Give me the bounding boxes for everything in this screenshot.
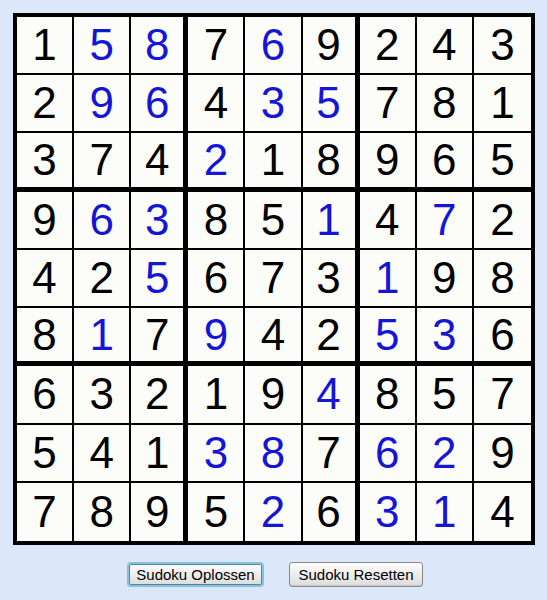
cell-r6c3[interactable]: 7: [131, 308, 188, 366]
cell-r7c9[interactable]: 7: [474, 366, 531, 424]
cell-r3c9[interactable]: 5: [474, 133, 531, 191]
cell-r4c2[interactable]: 6: [74, 192, 131, 250]
cell-r2c1[interactable]: 2: [17, 75, 74, 133]
cell-r8c8[interactable]: 2: [417, 425, 474, 483]
cell-r4c4[interactable]: 8: [188, 192, 245, 250]
cell-r6c9[interactable]: 6: [474, 308, 531, 366]
cell-r9c3[interactable]: 9: [131, 483, 188, 541]
cell-r4c9[interactable]: 2: [474, 192, 531, 250]
cell-r7c4[interactable]: 1: [188, 366, 245, 424]
cell-r9c6[interactable]: 6: [303, 483, 360, 541]
cell-r9c1[interactable]: 7: [17, 483, 74, 541]
cell-r6c6[interactable]: 2: [303, 308, 360, 366]
cell-r8c2[interactable]: 4: [74, 425, 131, 483]
cell-r2c2[interactable]: 9: [74, 75, 131, 133]
cell-r6c4[interactable]: 9: [188, 308, 245, 366]
cell-r5c8[interactable]: 9: [417, 250, 474, 308]
cell-r1c9[interactable]: 3: [474, 17, 531, 75]
cell-r2c9[interactable]: 1: [474, 75, 531, 133]
cell-r8c7[interactable]: 6: [360, 425, 417, 483]
sudoku-reset-button[interactable]: Sudoku Resetten: [289, 562, 423, 587]
cell-r4c8[interactable]: 7: [417, 192, 474, 250]
cell-r7c6[interactable]: 4: [303, 366, 360, 424]
cell-r5c9[interactable]: 8: [474, 250, 531, 308]
cell-r3c4[interactable]: 2: [188, 133, 245, 191]
cell-r8c1[interactable]: 5: [17, 425, 74, 483]
cell-r1c1[interactable]: 1: [17, 17, 74, 75]
cell-r7c7[interactable]: 8: [360, 366, 417, 424]
cell-r8c5[interactable]: 8: [245, 425, 302, 483]
cell-r9c5[interactable]: 2: [245, 483, 302, 541]
cell-r3c7[interactable]: 9: [360, 133, 417, 191]
cell-r4c7[interactable]: 4: [360, 192, 417, 250]
cell-r3c1[interactable]: 3: [17, 133, 74, 191]
cell-r3c8[interactable]: 6: [417, 133, 474, 191]
cell-r4c5[interactable]: 5: [245, 192, 302, 250]
cell-r3c2[interactable]: 7: [74, 133, 131, 191]
cell-r1c5[interactable]: 6: [245, 17, 302, 75]
cell-r4c6[interactable]: 1: [303, 192, 360, 250]
cell-r2c3[interactable]: 6: [131, 75, 188, 133]
cell-r5c1[interactable]: 4: [17, 250, 74, 308]
cell-r5c7[interactable]: 1: [360, 250, 417, 308]
cell-r9c7[interactable]: 3: [360, 483, 417, 541]
cell-r7c5[interactable]: 9: [245, 366, 302, 424]
sudoku-board: 1587692432964357813742189659638514724256…: [13, 13, 535, 545]
cell-r5c3[interactable]: 5: [131, 250, 188, 308]
cell-r8c4[interactable]: 3: [188, 425, 245, 483]
cell-r3c6[interactable]: 8: [303, 133, 360, 191]
cell-r6c5[interactable]: 4: [245, 308, 302, 366]
cell-r9c2[interactable]: 8: [74, 483, 131, 541]
cell-r1c6[interactable]: 9: [303, 17, 360, 75]
cell-r8c3[interactable]: 1: [131, 425, 188, 483]
cell-r9c9[interactable]: 4: [474, 483, 531, 541]
cell-r1c3[interactable]: 8: [131, 17, 188, 75]
cell-r7c1[interactable]: 6: [17, 366, 74, 424]
cell-r7c3[interactable]: 2: [131, 366, 188, 424]
cell-r7c2[interactable]: 3: [74, 366, 131, 424]
cell-r1c7[interactable]: 2: [360, 17, 417, 75]
sudoku-solve-button[interactable]: Sudoku Oplossen: [127, 562, 264, 587]
cell-r4c3[interactable]: 3: [131, 192, 188, 250]
cell-r5c4[interactable]: 6: [188, 250, 245, 308]
cell-r1c8[interactable]: 4: [417, 17, 474, 75]
cell-r6c2[interactable]: 1: [74, 308, 131, 366]
cell-r9c8[interactable]: 1: [417, 483, 474, 541]
cell-r6c8[interactable]: 3: [417, 308, 474, 366]
cell-r2c6[interactable]: 5: [303, 75, 360, 133]
cell-r8c9[interactable]: 9: [474, 425, 531, 483]
cell-r5c5[interactable]: 7: [245, 250, 302, 308]
cell-r6c7[interactable]: 5: [360, 308, 417, 366]
cell-r5c2[interactable]: 2: [74, 250, 131, 308]
cell-r4c1[interactable]: 9: [17, 192, 74, 250]
cell-r7c8[interactable]: 5: [417, 366, 474, 424]
cell-r2c4[interactable]: 4: [188, 75, 245, 133]
cell-r6c1[interactable]: 8: [17, 308, 74, 366]
cell-r1c2[interactable]: 5: [74, 17, 131, 75]
cell-r5c6[interactable]: 3: [303, 250, 360, 308]
cell-r2c7[interactable]: 7: [360, 75, 417, 133]
cell-r3c5[interactable]: 1: [245, 133, 302, 191]
cell-r1c4[interactable]: 7: [188, 17, 245, 75]
cell-r8c6[interactable]: 7: [303, 425, 360, 483]
cell-r2c8[interactable]: 8: [417, 75, 474, 133]
cell-r9c4[interactable]: 5: [188, 483, 245, 541]
cell-r3c3[interactable]: 4: [131, 133, 188, 191]
cell-r2c5[interactable]: 3: [245, 75, 302, 133]
